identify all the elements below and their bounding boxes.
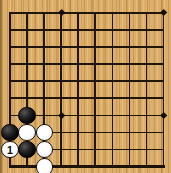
go-stone-white[interactable] [18,124,35,141]
go-stone-black[interactable] [1,124,18,141]
go-stone-white[interactable] [36,158,53,173]
board-edge-bottom-line [9,165,166,168]
go-stone-white-move-1[interactable]: 1 [1,141,18,158]
move-number-label: 1 [7,145,13,156]
go-board-diagram[interactable]: 1 [0,0,171,173]
go-stone-black[interactable] [18,107,35,124]
